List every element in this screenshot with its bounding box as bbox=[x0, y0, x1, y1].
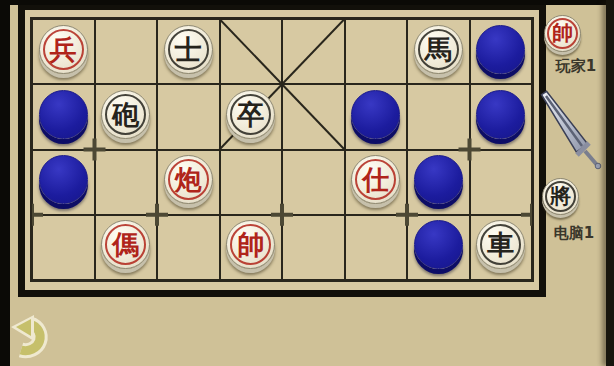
piece-black-horse[interactable]: 馬 bbox=[414, 25, 463, 74]
cell-r4c8[interactable]: 車 bbox=[470, 215, 533, 280]
cell-r2c7[interactable] bbox=[407, 84, 470, 149]
computer-label: 电脑1 bbox=[538, 224, 610, 243]
piece-glyph: 炮 bbox=[165, 156, 212, 203]
banqi-game-screen: 兵士馬砲卒炮仕傌帥車 帥 玩家1 將 电脑1 bbox=[0, 0, 614, 366]
hidden-piece[interactable] bbox=[39, 155, 88, 204]
piece-glyph: 砲 bbox=[102, 91, 149, 138]
cell-r2c8[interactable] bbox=[470, 84, 533, 149]
piece-glyph: 傌 bbox=[102, 221, 149, 268]
piece-glyph: 馬 bbox=[415, 26, 462, 73]
piece-glyph: 帥 bbox=[227, 221, 274, 268]
piece-black-cannon[interactable]: 砲 bbox=[101, 90, 150, 139]
piece-red-general[interactable]: 帥 bbox=[226, 220, 275, 269]
cell-r3c2[interactable] bbox=[95, 150, 158, 215]
cell-r2c1[interactable] bbox=[32, 84, 95, 149]
cell-r1c1[interactable]: 兵 bbox=[32, 19, 95, 84]
cell-r4c4[interactable]: 帥 bbox=[220, 215, 283, 280]
cell-r3c4[interactable] bbox=[220, 150, 283, 215]
cell-r3c3[interactable]: 炮 bbox=[157, 150, 220, 215]
piece-glyph: 卒 bbox=[227, 91, 274, 138]
piece-glyph: 仕 bbox=[352, 156, 399, 203]
cell-r1c3[interactable]: 士 bbox=[157, 19, 220, 84]
computer-side-piece: 將 bbox=[542, 178, 579, 215]
piece-glyph: 車 bbox=[477, 221, 524, 268]
cell-r2c6[interactable] bbox=[345, 84, 408, 149]
cell-r3c6[interactable]: 仕 bbox=[345, 150, 408, 215]
cell-r2c4[interactable]: 卒 bbox=[220, 84, 283, 149]
hidden-piece[interactable] bbox=[351, 90, 400, 139]
player-side-piece-glyph: 帥 bbox=[545, 16, 580, 51]
cell-r4c5[interactable] bbox=[282, 215, 345, 280]
undo-button[interactable] bbox=[10, 314, 58, 364]
cell-r1c5[interactable] bbox=[282, 19, 345, 84]
cell-r1c7[interactable]: 馬 bbox=[407, 19, 470, 84]
piece-black-advisor[interactable]: 士 bbox=[164, 25, 213, 74]
cell-r4c1[interactable] bbox=[32, 215, 95, 280]
cell-r2c2[interactable]: 砲 bbox=[95, 84, 158, 149]
cell-r4c6[interactable] bbox=[345, 215, 408, 280]
piece-glyph: 士 bbox=[165, 26, 212, 73]
cell-r3c1[interactable] bbox=[32, 150, 95, 215]
hidden-piece[interactable] bbox=[476, 25, 525, 74]
cell-r1c2[interactable] bbox=[95, 19, 158, 84]
cell-r4c2[interactable]: 傌 bbox=[95, 215, 158, 280]
hidden-piece[interactable] bbox=[414, 220, 463, 269]
cell-r2c5[interactable] bbox=[282, 84, 345, 149]
piece-black-soldier[interactable]: 卒 bbox=[226, 90, 275, 139]
piece-red-cannon[interactable]: 炮 bbox=[164, 155, 213, 204]
piece-red-horse[interactable]: 傌 bbox=[101, 220, 150, 269]
cell-r3c7[interactable] bbox=[407, 150, 470, 215]
hidden-piece[interactable] bbox=[39, 90, 88, 139]
piece-glyph: 兵 bbox=[40, 26, 87, 73]
sword-icon bbox=[540, 90, 604, 172]
banqi-board: 兵士馬砲卒炮仕傌帥車 bbox=[30, 17, 534, 282]
undo-arrow-icon bbox=[10, 314, 58, 364]
cell-r1c6[interactable] bbox=[345, 19, 408, 84]
cell-r1c8[interactable] bbox=[470, 19, 533, 84]
player-label: 玩家1 bbox=[540, 57, 612, 76]
cell-r4c7[interactable] bbox=[407, 215, 470, 280]
piece-red-soldier[interactable]: 兵 bbox=[39, 25, 88, 74]
player-side-piece: 帥 bbox=[544, 15, 581, 52]
cell-r3c5[interactable] bbox=[282, 150, 345, 215]
piece-red-advisor[interactable]: 仕 bbox=[351, 155, 400, 204]
cell-r1c4[interactable] bbox=[220, 19, 283, 84]
hidden-piece[interactable] bbox=[476, 90, 525, 139]
cell-r3c8[interactable] bbox=[470, 150, 533, 215]
hidden-piece[interactable] bbox=[414, 155, 463, 204]
computer-side-piece-glyph: 將 bbox=[543, 179, 578, 214]
screen-edge-left bbox=[0, 0, 10, 366]
screen-edge-right bbox=[606, 0, 614, 366]
piece-black-chariot[interactable]: 車 bbox=[476, 220, 525, 269]
cell-r4c3[interactable] bbox=[157, 215, 220, 280]
cell-r2c3[interactable] bbox=[157, 84, 220, 149]
screen-edge-top bbox=[0, 0, 614, 5]
